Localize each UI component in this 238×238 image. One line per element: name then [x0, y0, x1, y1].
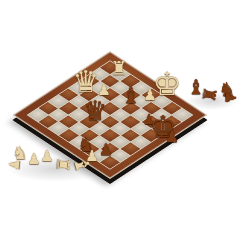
- board-squares-grid: [27, 60, 194, 169]
- black-pawn-piece-lying: ♟: [224, 91, 238, 104]
- chess-set-photo: ♛♜♟♟♚♛♝♚♞♟♟♟♝♞♜♟♞♟♟♜♝♟♟: [0, 0, 238, 238]
- white-pawn-piece: ♟: [27, 152, 40, 167]
- black-bishop-piece: ♝: [187, 77, 205, 97]
- black-rook-piece-lying: ♜: [199, 86, 218, 104]
- chess-board: [12, 51, 207, 179]
- white-pawn-piece: ♟: [40, 149, 53, 164]
- white-knight-piece: ♞: [12, 144, 28, 162]
- black-knight-piece: ♞: [218, 80, 235, 99]
- white-pawn-piece-lying: ♟: [6, 158, 21, 172]
- white-rook-piece-lying: ♜: [54, 156, 72, 173]
